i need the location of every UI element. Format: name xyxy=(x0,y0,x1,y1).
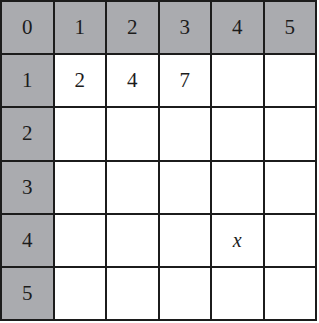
header-cell-r0-c4: 4 xyxy=(212,2,263,53)
cell-r2-c2 xyxy=(107,108,158,159)
header-cell-r5-c0: 5 xyxy=(2,268,53,319)
cell-r4-c3 xyxy=(160,215,211,266)
header-cell-r1-c0: 1 xyxy=(2,55,53,106)
cell-r3-c3 xyxy=(160,162,211,213)
cell-r4-c5 xyxy=(265,215,316,266)
cell-r1-c5 xyxy=(265,55,316,106)
cell-r4-c2 xyxy=(107,215,158,266)
cell-r3-c4 xyxy=(212,162,263,213)
cell-r3-c5 xyxy=(265,162,316,213)
cell-r2-c4 xyxy=(212,108,263,159)
cell-r2-c5 xyxy=(265,108,316,159)
cell-r5-c2 xyxy=(107,268,158,319)
cell-r1-c4 xyxy=(212,55,263,106)
cell-r5-c3 xyxy=(160,268,211,319)
header-cell-r2-c0: 2 xyxy=(2,108,53,159)
header-cell-r0-c0: 0 xyxy=(2,2,53,53)
cell-r1-c2: 4 xyxy=(107,55,158,106)
puzzle-grid: 0 1 2 3 4 5 1 2 4 7 2 3 4 x 5 xyxy=(0,0,317,321)
cell-r5-c4 xyxy=(212,268,263,319)
cell-r4-c1 xyxy=(55,215,106,266)
cell-r1-c1: 2 xyxy=(55,55,106,106)
header-cell-r3-c0: 3 xyxy=(2,162,53,213)
header-cell-r0-c1: 1 xyxy=(55,2,106,53)
header-cell-r0-c3: 3 xyxy=(160,2,211,53)
header-cell-r4-c0: 4 xyxy=(2,215,53,266)
cell-r2-c3 xyxy=(160,108,211,159)
header-cell-r0-c2: 2 xyxy=(107,2,158,53)
cell-r5-c1 xyxy=(55,268,106,319)
cell-r5-c5 xyxy=(265,268,316,319)
cell-r2-c1 xyxy=(55,108,106,159)
header-cell-r0-c5: 5 xyxy=(265,2,316,53)
cell-r1-c3: 7 xyxy=(160,55,211,106)
cell-r3-c1 xyxy=(55,162,106,213)
cell-r4-c4-unknown-x: x xyxy=(212,215,263,266)
cell-r3-c2 xyxy=(107,162,158,213)
